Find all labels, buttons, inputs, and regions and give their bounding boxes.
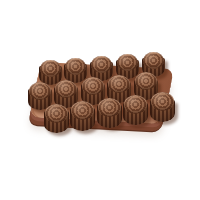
cavity-swirl-top (40, 60, 61, 77)
cavity-swirl-top (143, 52, 164, 69)
product-photo-scene (0, 0, 200, 200)
cavity-swirl-top (55, 80, 77, 98)
chocolate-cavity (70, 101, 95, 131)
cavity-swirl-top (98, 98, 121, 117)
cavity-swirl-top (45, 104, 68, 123)
chocolate-cavity (150, 92, 175, 122)
cavity-swirl-top (117, 54, 138, 71)
cavity-swirl-top (29, 82, 51, 100)
cavity-swirl-top (65, 58, 86, 75)
cavity-swirl-top (71, 101, 94, 120)
cavity-swirl-top (91, 56, 112, 73)
cavity-swirl-top (82, 77, 104, 95)
cavity-swirl-top (135, 72, 157, 90)
cavity-swirl-top (108, 75, 130, 93)
chocolate-cavity (44, 104, 69, 134)
chocolate-cavity (97, 98, 122, 128)
chocolate-cavity (123, 95, 148, 125)
